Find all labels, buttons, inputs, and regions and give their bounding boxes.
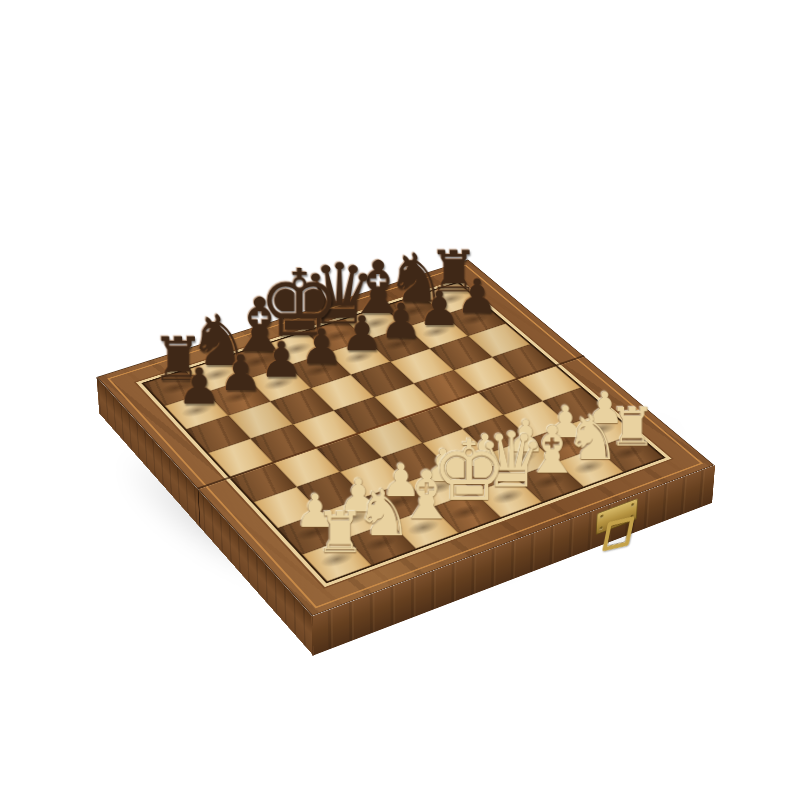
white-rook-glyph: ♜ [264, 505, 415, 561]
scene-3d: ♜♞♝♚♛♝♞♜♟♟♟♟♟♟♟♟♟♟♟♟♟♟♟♟♜♞♝♚♛♝♞♜ [0, 0, 800, 800]
product-photo-canvas: ♜♞♝♚♛♝♞♜♟♟♟♟♟♟♟♟♟♟♟♟♟♟♟♟♜♞♝♚♛♝♞♜ [0, 0, 800, 800]
chess-board: ♜♞♝♚♛♝♞♜♟♟♟♟♟♟♟♟♟♟♟♟♟♟♟♟♜♞♝♚♛♝♞♜ [97, 259, 715, 616]
fold-seam-side [198, 489, 201, 528]
